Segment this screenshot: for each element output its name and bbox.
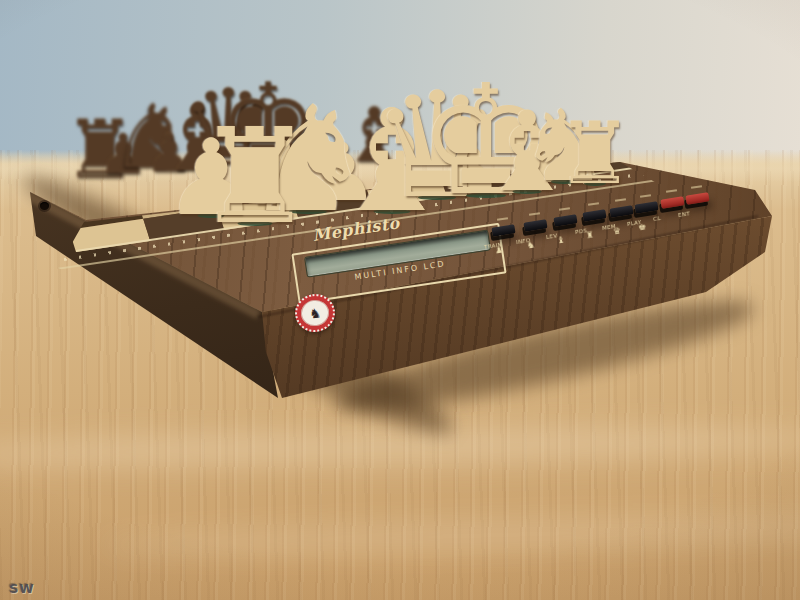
key-piece-symbol: ♞ (526, 240, 535, 250)
key-piece-symbol: ♜ (585, 230, 594, 240)
key-piece-symbol: ♟ (494, 245, 503, 255)
photo-stage: Mephisto MULTI INFO LCD TRAIN♟INFO♞LEV♝P… (0, 0, 800, 600)
device-key-ent: ENT (686, 194, 716, 228)
key-piece-symbol: ♚ (637, 222, 646, 232)
keycap (685, 192, 709, 204)
keycap (491, 224, 515, 236)
keycap (660, 196, 684, 208)
badge-devil-icon: ♞ (299, 298, 330, 328)
watermark: SW (9, 581, 35, 596)
keycap (582, 209, 606, 221)
keycap (634, 201, 658, 213)
power-jack (40, 202, 49, 210)
keycap (523, 219, 547, 231)
keycap (553, 214, 577, 226)
keycap (609, 205, 633, 217)
badge-inner-ring: ♞ (299, 298, 330, 328)
key-piece-symbol: ♝ (556, 235, 565, 245)
key-piece-symbol: ♛ (612, 226, 621, 236)
